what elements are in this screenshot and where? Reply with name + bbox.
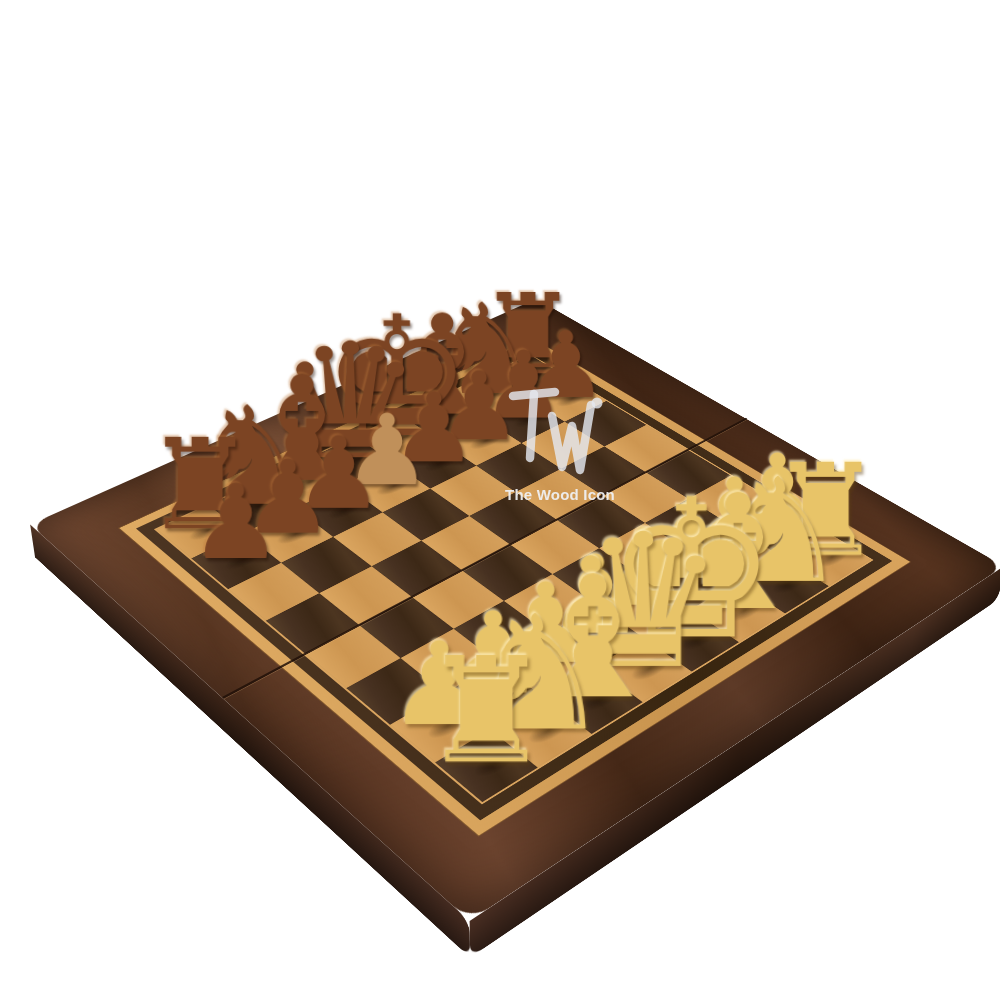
piece-dark-pawn-a7: ♟ bbox=[187, 471, 285, 560]
product-photo-scene: ♜♞♝♛♚♝♞♜♟♟♟♟♟♟♟♟♟♟♟♟♟♟♟♟♜♞♝♛♚♝♞♜ bbox=[0, 0, 1000, 1000]
chess-board: ♜♞♝♛♚♝♞♜♟♟♟♟♟♟♟♟♟♟♟♟♟♟♟♟♜♞♝♛♚♝♞♜ bbox=[30, 299, 1000, 921]
piece-light-rook-a1: ♜ bbox=[417, 639, 555, 764]
